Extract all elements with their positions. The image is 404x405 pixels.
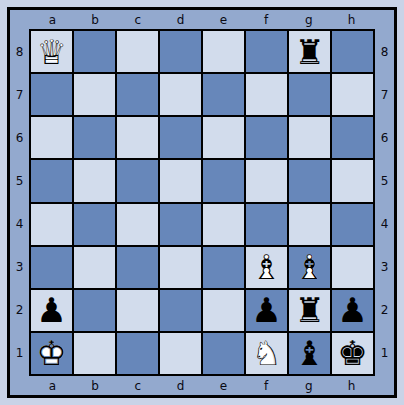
square-c2[interactable] <box>117 290 158 331</box>
rank-label-1: 1 <box>16 346 24 360</box>
rank-label-6: 6 <box>16 131 24 145</box>
square-h5[interactable] <box>332 160 373 201</box>
square-b1[interactable] <box>74 333 115 374</box>
square-g8[interactable]: ♜ <box>289 31 330 72</box>
file-label-c: c <box>135 379 142 393</box>
rank-label-8: 8 <box>381 45 389 59</box>
black-king-icon: ♚ <box>332 333 373 374</box>
square-a5[interactable] <box>31 160 72 201</box>
square-h7[interactable] <box>332 74 373 115</box>
file-label-d: d <box>177 379 185 393</box>
file-label-a: a <box>49 379 56 393</box>
board-frame: abcdefgh 87654321 ♛♕♜♝♗♝♗♟♟♜♟♚♔♞♘♝♚ 8765… <box>7 7 397 398</box>
file-label-d: d <box>177 13 185 27</box>
board: ♛♕♜♝♗♝♗♟♟♜♟♚♔♞♘♝♚ <box>29 29 375 376</box>
square-e7[interactable] <box>203 74 244 115</box>
piece-outline-layer: ♘ <box>246 333 287 374</box>
white-bishop-icon: ♝♗ <box>246 247 287 288</box>
square-h8[interactable] <box>332 31 373 72</box>
square-e1[interactable] <box>203 333 244 374</box>
rank-label-3: 3 <box>381 260 389 274</box>
square-h4[interactable] <box>332 204 373 245</box>
square-g1[interactable]: ♝ <box>289 333 330 374</box>
square-d2[interactable] <box>160 290 201 331</box>
file-labels-bottom: abcdefgh <box>29 376 375 395</box>
file-label-e: e <box>220 13 227 27</box>
file-label-b: b <box>91 13 99 27</box>
white-bishop-icon: ♝♗ <box>289 247 330 288</box>
square-d1[interactable] <box>160 333 201 374</box>
square-e5[interactable] <box>203 160 244 201</box>
piece-glyph-layer: ♚ <box>332 333 373 374</box>
rank-label-4: 4 <box>16 217 24 231</box>
square-f6[interactable] <box>246 117 287 158</box>
file-labels-top: abcdefgh <box>29 10 375 29</box>
rank-labels-right: 87654321 <box>375 29 394 376</box>
square-b7[interactable] <box>74 74 115 115</box>
file-label-f: f <box>264 379 268 393</box>
black-pawn-icon: ♟ <box>332 290 373 331</box>
square-b2[interactable] <box>74 290 115 331</box>
square-d8[interactable] <box>160 31 201 72</box>
rank-label-7: 7 <box>381 88 389 102</box>
black-bishop-icon: ♝ <box>289 333 330 374</box>
square-g3[interactable]: ♝♗ <box>289 247 330 288</box>
file-label-h: h <box>348 13 356 27</box>
square-d5[interactable] <box>160 160 201 201</box>
square-e4[interactable] <box>203 204 244 245</box>
square-a1[interactable]: ♚♔ <box>31 333 72 374</box>
square-a6[interactable] <box>31 117 72 158</box>
square-e6[interactable] <box>203 117 244 158</box>
square-b3[interactable] <box>74 247 115 288</box>
piece-outline-layer: ♗ <box>246 247 287 288</box>
square-b8[interactable] <box>74 31 115 72</box>
rank-label-5: 5 <box>16 174 24 188</box>
file-label-f: f <box>264 13 268 27</box>
piece-glyph-layer: ♜ <box>289 31 330 72</box>
square-f4[interactable] <box>246 204 287 245</box>
file-label-a: a <box>49 13 56 27</box>
black-pawn-icon: ♟ <box>31 290 72 331</box>
square-g2[interactable]: ♜ <box>289 290 330 331</box>
rank-label-4: 4 <box>381 217 389 231</box>
square-d7[interactable] <box>160 74 201 115</box>
square-b6[interactable] <box>74 117 115 158</box>
square-a4[interactable] <box>31 204 72 245</box>
piece-glyph-layer: ♟ <box>31 290 72 331</box>
square-a3[interactable] <box>31 247 72 288</box>
file-label-c: c <box>135 13 142 27</box>
rank-label-6: 6 <box>381 131 389 145</box>
square-c4[interactable] <box>117 204 158 245</box>
square-c3[interactable] <box>117 247 158 288</box>
rank-label-2: 2 <box>381 303 389 317</box>
square-g5[interactable] <box>289 160 330 201</box>
piece-outline-layer: ♗ <box>289 247 330 288</box>
black-rook-icon: ♜ <box>289 290 330 331</box>
white-queen-icon: ♛♕ <box>31 31 72 72</box>
square-f2[interactable]: ♟ <box>246 290 287 331</box>
piece-glyph-layer: ♟ <box>332 290 373 331</box>
square-a2[interactable]: ♟ <box>31 290 72 331</box>
square-f7[interactable] <box>246 74 287 115</box>
square-h2[interactable]: ♟ <box>332 290 373 331</box>
white-knight-icon: ♞♘ <box>246 333 287 374</box>
rank-label-5: 5 <box>381 174 389 188</box>
square-f8[interactable] <box>246 31 287 72</box>
piece-glyph-layer: ♜ <box>289 290 330 331</box>
file-label-g: g <box>305 379 313 393</box>
square-c6[interactable] <box>117 117 158 158</box>
square-d3[interactable] <box>160 247 201 288</box>
piece-outline-layer: ♔ <box>31 333 72 374</box>
square-f5[interactable] <box>246 160 287 201</box>
square-h1[interactable]: ♚ <box>332 333 373 374</box>
piece-glyph-layer: ♟ <box>246 290 287 331</box>
square-g7[interactable] <box>289 74 330 115</box>
square-c1[interactable] <box>117 333 158 374</box>
square-h6[interactable] <box>332 117 373 158</box>
file-label-b: b <box>91 379 99 393</box>
rank-label-8: 8 <box>16 45 24 59</box>
square-b5[interactable] <box>74 160 115 201</box>
square-g4[interactable] <box>289 204 330 245</box>
square-a8[interactable]: ♛♕ <box>31 31 72 72</box>
file-label-g: g <box>305 13 313 27</box>
piece-outline-layer: ♕ <box>31 31 72 72</box>
rank-label-3: 3 <box>16 260 24 274</box>
square-e2[interactable] <box>203 290 244 331</box>
square-f1[interactable]: ♞♘ <box>246 333 287 374</box>
file-label-h: h <box>348 379 356 393</box>
rank-label-2: 2 <box>16 303 24 317</box>
square-h3[interactable] <box>332 247 373 288</box>
square-e3[interactable] <box>203 247 244 288</box>
square-c7[interactable] <box>117 74 158 115</box>
square-b4[interactable] <box>74 204 115 245</box>
square-d4[interactable] <box>160 204 201 245</box>
white-king-icon: ♚♔ <box>31 333 72 374</box>
black-rook-icon: ♜ <box>289 31 330 72</box>
piece-glyph-layer: ♝ <box>289 333 330 374</box>
board-layout: abcdefgh 87654321 ♛♕♜♝♗♝♗♟♟♜♟♚♔♞♘♝♚ 8765… <box>10 10 394 395</box>
square-g6[interactable] <box>289 117 330 158</box>
square-e8[interactable] <box>203 31 244 72</box>
square-a7[interactable] <box>31 74 72 115</box>
square-d6[interactable] <box>160 117 201 158</box>
black-pawn-icon: ♟ <box>246 290 287 331</box>
square-c8[interactable] <box>117 31 158 72</box>
rank-label-7: 7 <box>16 88 24 102</box>
square-f3[interactable]: ♝♗ <box>246 247 287 288</box>
rank-labels-left: 87654321 <box>10 29 29 376</box>
square-c5[interactable] <box>117 160 158 201</box>
file-label-e: e <box>220 379 227 393</box>
rank-label-1: 1 <box>381 346 389 360</box>
